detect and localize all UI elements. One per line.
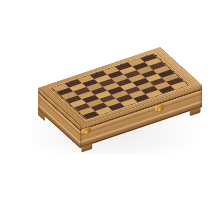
brass-clasp-right-icon [155, 104, 164, 112]
brass-clasp-left-icon [82, 126, 91, 134]
chess-box-photo [0, 0, 220, 200]
